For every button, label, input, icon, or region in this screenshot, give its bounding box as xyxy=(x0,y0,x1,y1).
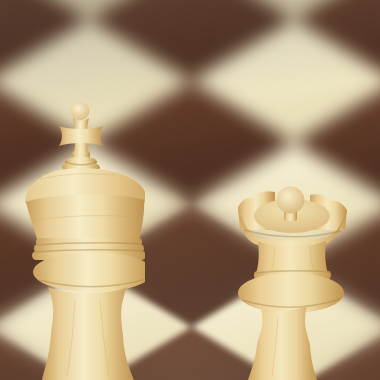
chess-photo-scene: White King xyxy=(0,0,380,380)
queen-body xyxy=(238,241,344,380)
white-king-piece: White King xyxy=(15,95,145,380)
king-body xyxy=(33,252,145,380)
white-queen-piece: White Queen xyxy=(230,185,355,380)
king-finial-cross-icon xyxy=(59,102,103,174)
king-crown xyxy=(25,168,145,260)
